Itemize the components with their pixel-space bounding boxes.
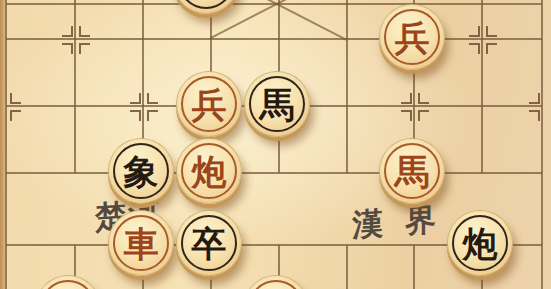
piece-black-elephant[interactable]: 象 — [108, 138, 174, 204]
piece-red-horse[interactable]: 馬 — [379, 138, 445, 204]
piece-glyph: 炮 — [463, 226, 498, 261]
river-label-han-jie: 漢界 — [352, 197, 458, 246]
piece-glyph: 炮 — [192, 154, 227, 189]
piece-red-soldier[interactable]: 兵 — [379, 4, 445, 70]
xiangqi-board: 楚河 漢界 兵兵馬象炮馬車卒炮 — [0, 0, 551, 289]
piece-glyph: 馬 — [260, 87, 295, 122]
piece-ring — [40, 280, 96, 289]
piece-glyph: 兵 — [192, 87, 227, 122]
piece-black-soldier[interactable]: 卒 — [176, 210, 242, 276]
piece-black-horse[interactable]: 馬 — [244, 71, 310, 137]
piece-red-cannon[interactable] — [35, 275, 101, 289]
piece-glyph: 象 — [124, 154, 159, 189]
piece-black-advisor[interactable] — [173, 0, 239, 14]
piece-red-soldier[interactable]: 兵 — [176, 71, 242, 137]
piece-ring — [248, 280, 304, 289]
piece-red-cannon[interactable]: 炮 — [176, 138, 242, 204]
piece-red-chariot[interactable]: 車 — [108, 210, 174, 276]
piece-glyph: 車 — [124, 226, 159, 261]
piece-glyph: 卒 — [192, 226, 227, 261]
piece-glyph: 兵 — [395, 20, 430, 55]
piece-red-soldier[interactable] — [243, 275, 309, 289]
piece-layer: 兵兵馬象炮馬車卒炮 — [0, 0, 551, 289]
piece-black-cannon[interactable]: 炮 — [447, 210, 513, 276]
piece-ring — [178, 0, 234, 9]
piece-glyph: 馬 — [395, 154, 430, 189]
